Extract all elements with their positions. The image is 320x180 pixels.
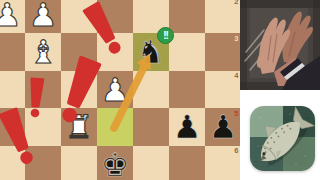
square-c6[interactable] — [133, 146, 169, 180]
square-d4[interactable]: ♟ — [97, 71, 133, 108]
rank-label-2: 2 — [234, 0, 238, 6]
piece-white-P-f2[interactable]: ♟ — [25, 0, 61, 33]
piece-black-P-b5[interactable]: ♟ — [169, 108, 205, 145]
square-g5[interactable] — [0, 108, 25, 145]
square-c5[interactable] — [133, 108, 169, 145]
chess-board: ♟♟2♝♞3♟4♜♟5♟♚6 !! — [0, 0, 240, 180]
clapping-hands-art — [240, 0, 320, 90]
board-grid: ♟♟2♝♞3♟4♜♟5♟♚6 — [0, 0, 240, 180]
piece-white-R-e5[interactable]: ♜ — [61, 108, 97, 145]
square-f4[interactable] — [25, 71, 61, 108]
square-b5[interactable]: ♟ — [169, 108, 205, 145]
brilliant-move-label: !! — [163, 30, 168, 41]
piece-white-P-g2[interactable]: ♟ — [0, 0, 25, 33]
square-e2[interactable] — [61, 0, 97, 33]
dead-fish-icon — [250, 106, 315, 171]
square-f6[interactable] — [25, 146, 61, 180]
square-e6[interactable] — [61, 146, 97, 180]
square-e3[interactable] — [61, 33, 97, 70]
square-a4[interactable]: 4 — [205, 71, 240, 108]
square-a2[interactable]: 2 — [205, 0, 240, 33]
square-d6[interactable]: ♚ — [97, 146, 133, 180]
square-e5[interactable]: ♜ — [61, 108, 97, 145]
square-c4[interactable] — [133, 71, 169, 108]
square-e4[interactable] — [61, 71, 97, 108]
piece-white-P-d4[interactable]: ♟ — [97, 71, 133, 108]
square-f5[interactable] — [25, 108, 61, 145]
square-d3[interactable] — [97, 33, 133, 70]
brilliant-move-badge: !! — [157, 27, 174, 44]
rank-label-6: 6 — [234, 146, 238, 155]
square-a3[interactable]: 3 — [205, 33, 240, 70]
square-g4[interactable] — [0, 71, 25, 108]
dead-fish-art — [250, 106, 315, 171]
square-g6[interactable] — [0, 146, 25, 180]
square-g3[interactable] — [0, 33, 25, 70]
piece-black-K-d6[interactable]: ♚ — [97, 146, 133, 180]
square-f3[interactable]: ♝ — [25, 33, 61, 70]
video-thumbnail: ♟♟2♝♞3♟4♜♟5♟♚6 !! — [0, 0, 320, 180]
rank-label-4: 4 — [234, 71, 238, 80]
square-b3[interactable] — [169, 33, 205, 70]
piece-white-B-f3[interactable]: ♝ — [25, 33, 61, 70]
fish-panel — [240, 90, 320, 180]
rank-label-3: 3 — [234, 34, 238, 43]
square-f2[interactable]: ♟ — [25, 0, 61, 33]
square-a5[interactable]: 5♟ — [205, 108, 240, 145]
square-d5[interactable] — [97, 108, 133, 145]
square-b2[interactable] — [169, 0, 205, 33]
square-b6[interactable] — [169, 146, 205, 180]
square-b4[interactable] — [169, 71, 205, 108]
square-a6[interactable]: 6 — [205, 146, 240, 180]
square-g2[interactable]: ♟ — [0, 0, 25, 33]
square-d2[interactable] — [97, 0, 133, 33]
right-panel — [240, 0, 320, 180]
clapping-hands-image — [240, 0, 320, 90]
piece-black-P-a5[interactable]: ♟ — [205, 108, 240, 145]
